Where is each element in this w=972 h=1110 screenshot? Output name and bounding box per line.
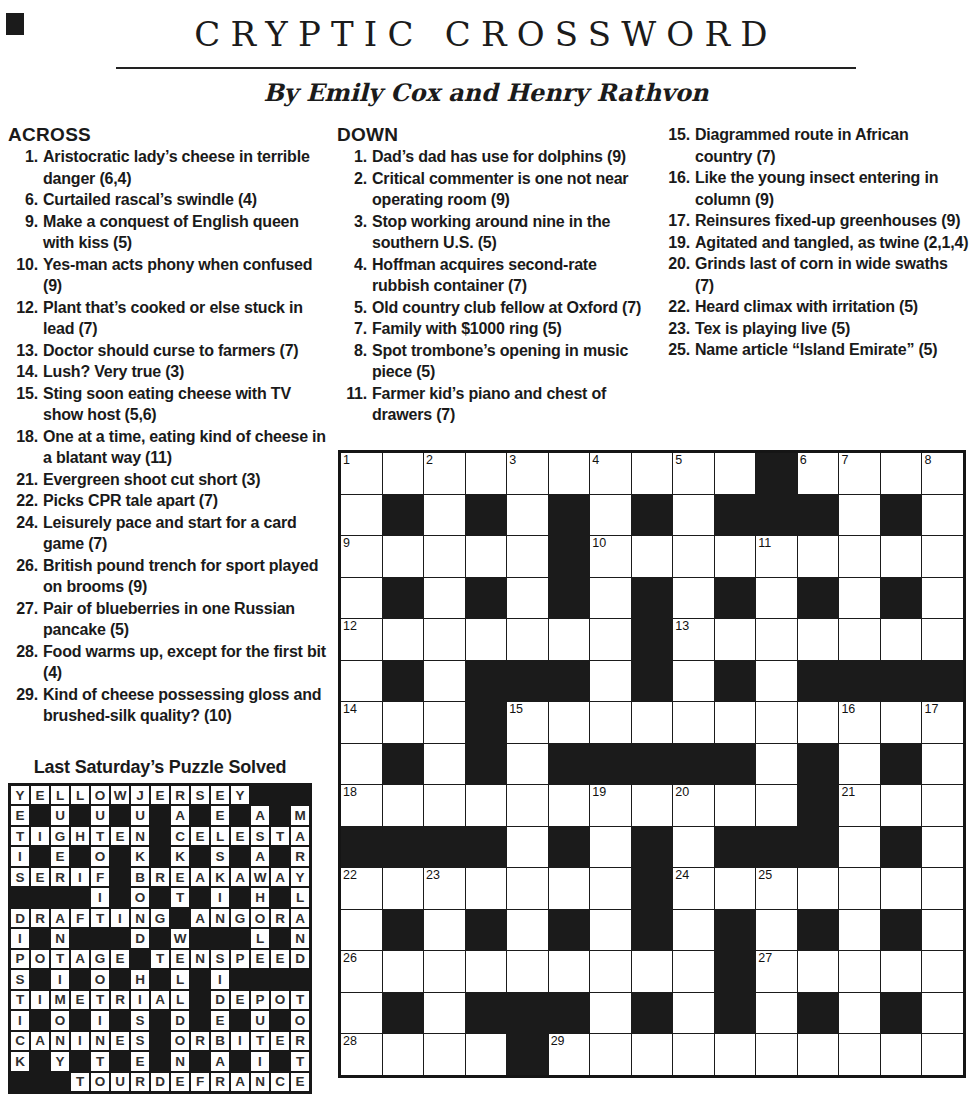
grid-cell[interactable] [507,578,548,619]
solved-cell-letter: D [11,909,29,927]
solved-cell-letter: T [71,1073,89,1091]
solved-cell-letter: R [151,868,169,886]
solved-cell-black [191,970,209,988]
solved-cell-letter: Y [51,1052,69,1070]
grid-cell[interactable] [798,619,839,660]
grid-cell[interactable] [673,827,714,868]
grid-cell[interactable] [756,993,797,1034]
clue-text: Sting soon eating cheese with TV show ho… [43,383,330,426]
grid-cell[interactable] [590,1034,631,1075]
grid-cell[interactable] [756,910,797,951]
grid-cell[interactable]: 1 [341,453,382,494]
solved-cell-letter: O [91,786,109,804]
solved-cell-letter: I [211,970,229,988]
grid-cell[interactable] [673,661,714,702]
clue-text: Heard climax with irritation (5) [695,296,918,318]
grid-cell[interactable] [424,702,465,743]
grid-cell-black [549,910,590,951]
clue-item: 28.Food warms up, except for the first b… [8,641,330,684]
clue-item: 14.Lush? Very true (3) [8,361,330,383]
grid-cell[interactable]: 15 [507,702,548,743]
grid-cell[interactable] [756,702,797,743]
clue-text: Name article “Island Emirate” (5) [695,339,937,361]
clue-item: 10.Yes-man acts phony when confused (9) [8,254,330,297]
solved-cell-letter: H [131,970,149,988]
solved-cell-black [11,1073,29,1091]
grid-cell[interactable] [507,910,548,951]
cell-number: 8 [924,453,931,467]
grid-cell[interactable] [507,744,548,785]
grid-cell-black [383,744,424,785]
grid-cell[interactable] [341,661,382,702]
grid-cell[interactable] [922,536,963,577]
clue-number: 21. [8,469,43,491]
solved-cell-letter: I [11,847,29,865]
grid-cell-black [715,951,756,992]
grid-cell[interactable]: 14 [341,702,382,743]
grid-cell[interactable]: 23 [424,868,465,909]
crossword-grid[interactable]: 1234567891011121314151617181920212223242… [338,450,966,1078]
solved-cell-letter: L [171,970,189,988]
solved-cell-letter: A [271,868,289,886]
clue-number: 22. [8,490,43,512]
grid-cell[interactable] [632,785,673,826]
grid-cell[interactable] [922,1034,963,1075]
grid-cell[interactable] [341,993,382,1034]
grid-cell[interactable] [922,495,963,536]
solved-cell-letter: J [131,786,149,804]
grid-cell[interactable] [424,578,465,619]
solved-cell-black [271,888,289,906]
solved-cell-letter: A [171,806,189,824]
grid-cell[interactable] [673,1034,714,1075]
solved-cell-letter: O [271,991,289,1009]
grid-cell[interactable] [673,910,714,951]
clue-item: 22.Heard climax with irritation (5) [657,296,970,318]
grid-cell[interactable] [507,536,548,577]
clue-text: Dad’s dad has use for dolphins (9) [372,146,626,168]
grid-cell[interactable]: 24 [673,868,714,909]
grid-cell[interactable] [632,951,673,992]
grid-cell[interactable] [590,619,631,660]
solved-cell-letter: Y [231,786,249,804]
solved-cell-letter: E [271,950,289,968]
grid-cell[interactable] [715,702,756,743]
solved-cell-letter: T [291,991,309,1009]
clue-text: Grinds last of corn in wide swaths (7) [695,253,970,296]
grid-cell[interactable]: 16 [839,702,880,743]
solved-cell-letter: K [11,1052,29,1070]
grid-cell[interactable] [341,495,382,536]
grid-cell[interactable] [922,578,963,619]
grid-cell[interactable] [839,536,880,577]
solved-cell-letter: I [211,888,229,906]
clue-number: 6. [8,189,43,211]
solved-cell-letter: T [11,827,29,845]
grid-cell[interactable] [881,868,922,909]
grid-cell[interactable] [881,1034,922,1075]
solved-cell-letter: G [231,909,249,927]
grid-cell[interactable] [549,702,590,743]
grid-cell[interactable] [507,619,548,660]
solved-cell-letter: E [11,806,29,824]
solved-cell-letter: N [131,827,149,845]
grid-cell[interactable] [798,868,839,909]
clue-number: 11. [337,383,372,426]
grid-cell[interactable] [549,868,590,909]
grid-cell[interactable]: 26 [341,951,382,992]
byline: By Emily Cox and Henry Rathvon [0,78,972,107]
grid-cell[interactable] [922,785,963,826]
grid-cell[interactable] [507,827,548,868]
grid-cell[interactable] [590,495,631,536]
grid-cell[interactable] [507,495,548,536]
solved-cell-letter: O [31,950,49,968]
grid-cell[interactable] [424,1034,465,1075]
clue-number: 17. [657,210,695,232]
grid-cell[interactable] [715,536,756,577]
grid-cell[interactable]: 19 [590,785,631,826]
grid-cell[interactable] [466,1034,507,1075]
solved-cell-letter: I [251,1052,269,1070]
clue-text: Old country club fellow at Oxford (7) [372,297,641,319]
grid-cell[interactable] [549,453,590,494]
solved-cell-letter: R [51,868,69,886]
solved-cell-letter: P [11,950,29,968]
grid-cell[interactable] [798,1034,839,1075]
solved-cell-letter: O [51,1011,69,1029]
grid-cell[interactable] [715,785,756,826]
grid-cell[interactable]: 2 [424,453,465,494]
grid-cell[interactable] [881,951,922,992]
solved-cell-letter: W [111,786,129,804]
solved-cell-letter: U [251,1011,269,1029]
grid-cell[interactable] [590,661,631,702]
grid-cell[interactable] [424,619,465,660]
clue-item: 16.Like the young insect entering in col… [657,167,970,210]
grid-cell-black [507,993,548,1034]
solved-cell-black [31,1052,49,1070]
grid-cell[interactable] [507,951,548,992]
grid-cell-black [549,744,590,785]
grid-cell[interactable] [756,619,797,660]
grid-cell[interactable] [590,951,631,992]
grid-cell[interactable] [466,951,507,992]
grid-cell[interactable]: 29 [549,1034,590,1075]
solved-cell-black [191,1011,209,1029]
grid-cell[interactable]: 20 [673,785,714,826]
clue-item: 27.Pair of blueberries in one Russian pa… [8,598,330,641]
clue-item: 9.Make a conquest of English queen with … [8,211,330,254]
grid-cell[interactable] [549,619,590,660]
grid-cell[interactable] [590,868,631,909]
grid-cell[interactable] [715,453,756,494]
grid-cell[interactable] [424,951,465,992]
solved-cell-letter: T [91,909,109,927]
solved-cell-letter: L [211,827,229,845]
grid-cell[interactable] [922,868,963,909]
grid-cell[interactable] [466,785,507,826]
grid-cell[interactable] [839,868,880,909]
grid-cell[interactable] [798,951,839,992]
grid-cell[interactable] [922,951,963,992]
grid-cell[interactable] [383,868,424,909]
grid-cell[interactable] [881,536,922,577]
grid-cell[interactable] [424,536,465,577]
solved-cell-black [251,970,269,988]
grid-cell[interactable]: 25 [756,868,797,909]
grid-cell[interactable] [424,661,465,702]
grid-cell-black [466,993,507,1034]
grid-cell[interactable] [549,785,590,826]
clue-text: One at a time, eating kind of cheese in … [43,426,330,469]
grid-cell[interactable] [922,910,963,951]
grid-cell-black [383,661,424,702]
grid-cell[interactable] [756,785,797,826]
grid-cell[interactable] [881,785,922,826]
grid-cell[interactable] [715,619,756,660]
grid-cell[interactable] [839,993,880,1034]
solved-cell-black [91,929,109,947]
solved-cell-letter: E [251,950,269,968]
clue-number: 1. [337,146,372,168]
grid-cell[interactable]: 17 [922,702,963,743]
grid-cell-black [632,619,673,660]
grid-cell[interactable]: 6 [798,453,839,494]
grid-cell[interactable] [881,702,922,743]
grid-cell[interactable]: 27 [756,951,797,992]
grid-cell[interactable] [839,619,880,660]
solved-puzzle-title: Last Saturday’s Puzzle Solved [8,757,312,778]
grid-cell[interactable] [341,578,382,619]
grid-cell[interactable]: 11 [756,536,797,577]
solved-cell-black [71,929,89,947]
clue-item: 24.Leisurely pace and start for a card g… [8,512,330,555]
grid-cell[interactable] [632,453,673,494]
grid-cell[interactable] [383,951,424,992]
solved-cell-letter: N [171,1052,189,1070]
clue-item: 1.Dad’s dad has use for dolphins (9) [337,146,655,168]
solved-cell-letter: A [31,1032,49,1050]
clue-text: Yes-man acts phony when confused (9) [43,254,330,297]
grid-cell[interactable] [881,453,922,494]
grid-cell-black [507,1034,548,1075]
grid-cell[interactable] [424,993,465,1034]
grid-cell-black [798,578,839,619]
solved-cell-letter: E [211,1011,229,1029]
grid-cell[interactable] [839,495,880,536]
grid-cell[interactable] [756,578,797,619]
solved-cell-letter: E [271,1032,289,1050]
solved-cell-black [31,929,49,947]
grid-cell[interactable] [922,993,963,1034]
solved-cell-letter: E [291,1073,309,1091]
clue-item: 18.One at a time, eating kind of cheese … [8,426,330,469]
grid-cell-black [673,744,714,785]
grid-cell[interactable] [756,1034,797,1075]
grid-cell[interactable] [673,536,714,577]
grid-cell[interactable] [756,744,797,785]
grid-cell[interactable] [383,619,424,660]
grid-cell[interactable]: 9 [341,536,382,577]
grid-cell[interactable] [424,744,465,785]
grid-cell[interactable]: 4 [590,453,631,494]
grid-cell-black [632,827,673,868]
grid-cell[interactable] [383,1034,424,1075]
down-header: DOWN [337,124,655,146]
grid-cell[interactable]: 13 [673,619,714,660]
grid-cell[interactable] [466,619,507,660]
grid-cell-black [715,827,756,868]
grid-cell[interactable]: 8 [922,453,963,494]
grid-cell[interactable] [383,536,424,577]
grid-cell[interactable]: 7 [839,453,880,494]
solved-cell-letter: A [51,909,69,927]
solved-cell-letter: T [291,1052,309,1070]
grid-cell[interactable]: 3 [507,453,548,494]
cell-number: 28 [343,1034,357,1048]
solved-cell-letter: R [271,909,289,927]
grid-cell-black [756,495,797,536]
solved-cell-letter: I [231,1032,249,1050]
cell-number: 25 [758,868,772,882]
grid-cell[interactable] [715,868,756,909]
grid-cell[interactable] [673,702,714,743]
grid-cell[interactable] [549,951,590,992]
solved-cell-black [111,1011,129,1029]
solved-cell-black [191,888,209,906]
solved-cell-black [151,806,169,824]
solved-cell-letter: T [171,888,189,906]
grid-cell[interactable]: 5 [673,453,714,494]
grid-cell[interactable] [383,453,424,494]
grid-cell[interactable] [424,785,465,826]
grid-cell-black [798,993,839,1034]
cell-number: 11 [758,536,771,550]
grid-cell[interactable] [715,1034,756,1075]
solved-cell-letter: E [171,950,189,968]
grid-cell[interactable] [756,661,797,702]
solved-cell-letter: N [191,950,209,968]
grid-cell[interactable] [922,744,963,785]
solved-cell-letter: A [191,868,209,886]
grid-cell[interactable]: 22 [341,868,382,909]
grid-cell[interactable] [922,827,963,868]
solved-cell-letter: R [31,909,49,927]
grid-cell[interactable] [590,910,631,951]
solved-cell-letter: O [171,1032,189,1050]
grid-cell[interactable] [673,495,714,536]
solved-cell-black [151,1052,169,1070]
solved-cell-black [291,786,309,804]
solved-cell-letter: T [51,950,69,968]
grid-cell[interactable] [673,993,714,1034]
grid-cell-black [424,827,465,868]
cell-number: 24 [675,868,689,882]
grid-cell-black [798,495,839,536]
solved-cell-black [151,888,169,906]
solved-cell-letter: E [51,847,69,865]
solved-cell-letter: N [291,929,309,947]
solved-cell-letter: W [171,929,189,947]
grid-cell[interactable] [424,495,465,536]
grid-cell[interactable] [507,868,548,909]
solved-cell-black [131,950,149,968]
solved-cell-letter: S [191,786,209,804]
grid-cell[interactable] [383,702,424,743]
grid-cell[interactable] [673,578,714,619]
grid-cell[interactable] [839,910,880,951]
solved-cell-black [191,806,209,824]
grid-cell[interactable] [341,744,382,785]
clue-number: 8. [337,340,372,383]
grid-cell[interactable]: 12 [341,619,382,660]
solved-cell-letter: N [91,1032,109,1050]
solved-cell-letter: K [171,847,189,865]
grid-cell[interactable] [922,619,963,660]
solved-cell-black [71,970,89,988]
solved-cell-black [231,1011,249,1029]
grid-cell[interactable] [590,827,631,868]
grid-cell[interactable] [590,702,631,743]
grid-cell[interactable] [383,785,424,826]
grid-cell[interactable] [839,951,880,992]
grid-cell[interactable] [798,536,839,577]
grid-cell[interactable] [632,1034,673,1075]
solved-cell-letter: E [31,868,49,886]
grid-cell[interactable] [839,578,880,619]
grid-cell-black [466,495,507,536]
grid-cell[interactable] [632,702,673,743]
cell-number: 3 [509,453,516,467]
grid-cell[interactable] [673,951,714,992]
grid-cell[interactable] [839,744,880,785]
grid-cell[interactable] [798,702,839,743]
grid-cell[interactable] [881,619,922,660]
solved-cell-black [111,1052,129,1070]
grid-cell[interactable] [466,868,507,909]
grid-cell[interactable]: 18 [341,785,382,826]
solved-cell-black [151,1032,169,1050]
solved-cell-letter: T [11,991,29,1009]
solved-cell-letter: M [51,991,69,1009]
grid-cell[interactable]: 21 [839,785,880,826]
grid-cell[interactable]: 10 [590,536,631,577]
grid-cell[interactable] [424,910,465,951]
solved-cell-letter: E [31,786,49,804]
grid-cell[interactable] [341,910,382,951]
clue-item: 7.Family with $1000 ring (5) [337,318,655,340]
grid-cell[interactable] [839,1034,880,1075]
solved-cell-black [231,888,249,906]
grid-cell-black [466,661,507,702]
grid-cell[interactable] [632,536,673,577]
grid-cell[interactable]: 28 [341,1034,382,1075]
solved-cell-black [191,847,209,865]
solved-cell-letter: I [11,929,29,947]
clue-number: 1. [8,146,43,189]
solved-cell-letter: C [271,1073,289,1091]
grid-cell[interactable] [466,536,507,577]
grid-cell[interactable] [839,827,880,868]
solved-cell-letter: T [91,827,109,845]
grid-cell[interactable] [466,453,507,494]
grid-cell[interactable] [507,785,548,826]
grid-cell[interactable] [590,578,631,619]
solved-cell-letter: I [11,1011,29,1029]
grid-cell[interactable] [590,993,631,1034]
clue-number: 25. [657,339,695,361]
